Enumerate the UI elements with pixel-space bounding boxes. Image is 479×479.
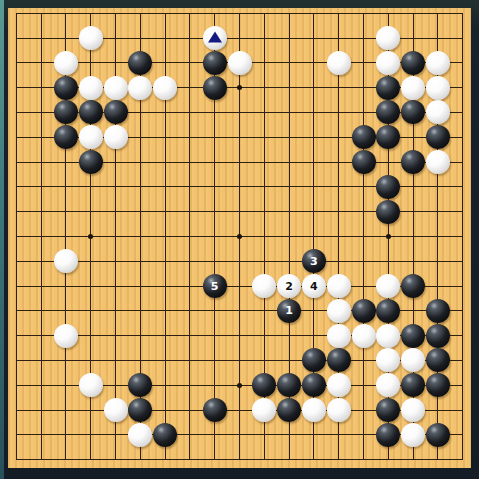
- stone-white-c18r4: [426, 76, 450, 100]
- stone-white-c6r18: [128, 423, 152, 447]
- stone-white-c17r17: [401, 398, 425, 422]
- stone-white-c9r2: [203, 26, 227, 50]
- stone-white-c11r17: [252, 398, 276, 422]
- stone-white-c5r17: [104, 398, 128, 422]
- stone-white-c18r5: [426, 100, 450, 124]
- stone-black-c12r13: 1: [277, 299, 301, 323]
- stone-black-c18r18: [426, 423, 450, 447]
- stone-white-c17r15: [401, 348, 425, 372]
- stone-white-c4r2: [79, 26, 103, 50]
- stone-white-c16r16: [376, 373, 400, 397]
- stone-black-c16r6: [376, 125, 400, 149]
- stone-black-c12r16: [277, 373, 301, 397]
- stone-black-c17r3: [401, 51, 425, 75]
- stone-black-c16r8: [376, 175, 400, 199]
- stone-white-c3r3: [54, 51, 78, 75]
- stone-white-c16r14: [376, 324, 400, 348]
- star-point: [237, 85, 242, 90]
- star-point: [88, 234, 93, 239]
- stone-black-c3r5: [54, 100, 78, 124]
- stone-black-c16r4: [376, 76, 400, 100]
- grid-line-horizontal: [16, 13, 463, 14]
- stone-black-c11r16: [252, 373, 276, 397]
- stone-black-c17r14: [401, 324, 425, 348]
- stone-black-c16r18: [376, 423, 400, 447]
- stone-white-c14r16: [327, 373, 351, 397]
- stone-black-c17r12: [401, 274, 425, 298]
- stone-black-c15r6: [352, 125, 376, 149]
- stone-white-c14r17: [327, 398, 351, 422]
- stone-black-c18r16: [426, 373, 450, 397]
- stone-black-c3r6: [54, 125, 78, 149]
- grid-line-horizontal: [16, 261, 463, 262]
- stone-white-c16r3: [376, 51, 400, 75]
- stone-black-c3r4: [54, 76, 78, 100]
- move-number-label: 2: [285, 281, 293, 292]
- stone-white-c4r16: [79, 373, 103, 397]
- stone-white-c15r14: [352, 324, 376, 348]
- stone-black-c16r5: [376, 100, 400, 124]
- stone-black-c6r16: [128, 373, 152, 397]
- stone-black-c12r17: [277, 398, 301, 422]
- stone-black-c17r7: [401, 150, 425, 174]
- stone-black-c7r18: [153, 423, 177, 447]
- stone-white-c4r4: [79, 76, 103, 100]
- move-number-label: 4: [310, 281, 318, 292]
- stone-white-c3r14: [54, 324, 78, 348]
- go-board[interactable]: 35241: [8, 8, 471, 468]
- stone-white-c14r13: [327, 299, 351, 323]
- stone-black-c13r11: 3: [302, 249, 326, 273]
- stone-white-c4r6: [79, 125, 103, 149]
- stone-black-c4r7: [79, 150, 103, 174]
- stone-black-c14r15: [327, 348, 351, 372]
- stone-black-c9r3: [203, 51, 227, 75]
- stone-white-c3r11: [54, 249, 78, 273]
- stone-black-c16r13: [376, 299, 400, 323]
- stone-white-c16r15: [376, 348, 400, 372]
- stone-black-c17r5: [401, 100, 425, 124]
- stone-black-c16r9: [376, 200, 400, 224]
- stone-white-c10r3: [228, 51, 252, 75]
- stone-white-c17r18: [401, 423, 425, 447]
- stone-black-c13r16: [302, 373, 326, 397]
- stone-black-c6r3: [128, 51, 152, 75]
- stone-white-c7r4: [153, 76, 177, 100]
- stone-black-c4r5: [79, 100, 103, 124]
- stone-white-c11r12: [252, 274, 276, 298]
- board-frame: 35241: [0, 0, 479, 479]
- stone-black-c18r14: [426, 324, 450, 348]
- stone-white-c16r2: [376, 26, 400, 50]
- stone-white-c17r4: [401, 76, 425, 100]
- star-point: [237, 234, 242, 239]
- stone-white-c14r3: [327, 51, 351, 75]
- star-point: [386, 234, 391, 239]
- stone-white-c5r4: [104, 76, 128, 100]
- stone-black-c18r13: [426, 299, 450, 323]
- star-point: [237, 383, 242, 388]
- stone-black-c9r12: 5: [203, 274, 227, 298]
- stone-black-c13r15: [302, 348, 326, 372]
- stone-black-c15r13: [352, 299, 376, 323]
- stone-black-c17r16: [401, 373, 425, 397]
- move-number-label: 1: [285, 305, 293, 316]
- frame-left-accent: [0, 0, 4, 479]
- stone-black-c16r17: [376, 398, 400, 422]
- stone-white-c16r12: [376, 274, 400, 298]
- stone-white-c5r6: [104, 125, 128, 149]
- stone-black-c15r7: [352, 150, 376, 174]
- stone-white-c12r12: 2: [277, 274, 301, 298]
- stone-black-c9r17: [203, 398, 227, 422]
- stone-black-c9r4: [203, 76, 227, 100]
- stone-white-c18r7: [426, 150, 450, 174]
- stone-black-c18r6: [426, 125, 450, 149]
- stone-white-c18r3: [426, 51, 450, 75]
- stone-white-c14r12: [327, 274, 351, 298]
- move-number-label: 3: [310, 256, 318, 267]
- stone-white-c14r14: [327, 324, 351, 348]
- stone-white-c13r12: 4: [302, 274, 326, 298]
- stone-black-c6r17: [128, 398, 152, 422]
- stone-white-c6r4: [128, 76, 152, 100]
- stone-black-c5r5: [104, 100, 128, 124]
- move-number-label: 5: [211, 281, 219, 292]
- grid-line-horizontal: [16, 459, 463, 460]
- triangle-marker-icon: [208, 32, 222, 43]
- stone-black-c18r15: [426, 348, 450, 372]
- stone-white-c13r17: [302, 398, 326, 422]
